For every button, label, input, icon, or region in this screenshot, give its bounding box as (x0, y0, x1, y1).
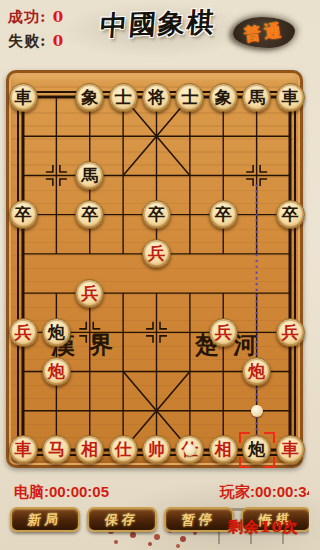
piece-black-horse[interactable]: 馬 (75, 161, 104, 190)
piece-black-elephant[interactable]: 象 (209, 83, 238, 112)
difficulty-badge[interactable]: 普通 (233, 17, 295, 48)
success-label: 成功: (8, 8, 47, 26)
xiangqi-board[interactable]: 漢界 楚河 車象士将士象馬車馬卒卒卒卒卒兵兵兵炮兵兵炮炮車马相仕帅仕相炮車 (6, 70, 303, 468)
piece-black-cannon[interactable]: 炮 (42, 318, 71, 347)
piece-black-rook[interactable]: 車 (9, 83, 38, 112)
piece-black-advisor[interactable]: 士 (109, 83, 138, 112)
undo-remaining-toast: 剩余10次 (228, 518, 299, 537)
player-timer: 玩家:00:00:34 (220, 483, 309, 502)
piece-black-soldier[interactable]: 卒 (142, 200, 171, 229)
piece-black-soldier[interactable]: 卒 (209, 200, 238, 229)
piece-black-horse[interactable]: 馬 (242, 83, 271, 112)
piece-red-soldier[interactable]: 兵 (75, 279, 104, 308)
piece-red-soldier[interactable]: 兵 (276, 318, 305, 347)
piece-black-soldier[interactable]: 卒 (276, 200, 305, 229)
success-value: 0 (53, 8, 64, 26)
piece-red-cannon[interactable]: 炮 (42, 357, 71, 386)
piece-red-soldier[interactable]: 兵 (9, 318, 38, 347)
piece-red-rook[interactable]: 車 (9, 435, 38, 464)
save-button[interactable]: 保存 (87, 507, 157, 532)
move-hint-dot[interactable] (251, 405, 263, 417)
move-hint-dot[interactable] (184, 444, 196, 456)
piece-red-cannon[interactable]: 炮 (242, 357, 271, 386)
piece-black-rook[interactable]: 車 (276, 83, 305, 112)
app-title: 中國象棋 (87, 4, 229, 45)
fail-value: 0 (53, 32, 64, 50)
fail-label: 失败: (8, 32, 47, 50)
piece-black-general[interactable]: 将 (142, 83, 171, 112)
new-game-button[interactable]: 新局 (10, 507, 80, 532)
selected-piece-brackets (239, 432, 275, 468)
difficulty-label: 普通 (243, 19, 286, 47)
piece-black-advisor[interactable]: 士 (175, 83, 204, 112)
success-counter: 成功: 0 (8, 8, 64, 27)
pause-button[interactable]: 暂停 (164, 507, 234, 532)
computer-timer: 电脑:00:00:05 (14, 483, 109, 502)
piece-red-advisor[interactable]: 仕 (109, 435, 138, 464)
piece-black-soldier[interactable]: 卒 (9, 200, 38, 229)
piece-red-soldier[interactable]: 兵 (209, 318, 238, 347)
piece-black-elephant[interactable]: 象 (75, 83, 104, 112)
fail-counter: 失败: 0 (8, 32, 64, 51)
piece-red-rook[interactable]: 車 (276, 435, 305, 464)
